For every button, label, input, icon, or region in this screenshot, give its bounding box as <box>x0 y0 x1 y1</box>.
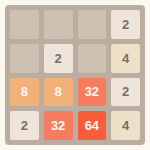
tile-4: 4 <box>111 44 140 73</box>
tile-4: 4 <box>111 111 140 140</box>
tile-64: 64 <box>78 111 107 140</box>
tile-2: 2 <box>111 10 140 39</box>
tile-8: 8 <box>10 78 39 107</box>
tile-2: 2 <box>44 44 73 73</box>
empty-cell <box>78 44 107 73</box>
tile-32: 32 <box>44 111 73 140</box>
game-board-2048[interactable]: 22488322232644 <box>5 5 145 145</box>
empty-cell <box>10 44 39 73</box>
tile-2: 2 <box>111 78 140 107</box>
tile-2: 2 <box>10 111 39 140</box>
empty-cell <box>78 10 107 39</box>
empty-cell <box>44 10 73 39</box>
tile-32: 32 <box>78 78 107 107</box>
empty-cell <box>10 10 39 39</box>
tile-8: 8 <box>44 78 73 107</box>
